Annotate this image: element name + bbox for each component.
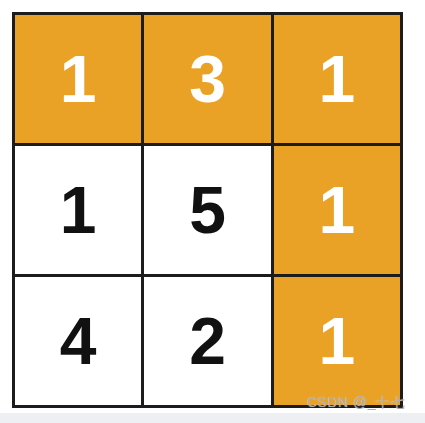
grid-cell-r0c2: 1 [274,15,400,143]
cell-number: 1 [60,177,97,243]
puzzle-grid: 131151421 [12,12,403,408]
grid-cell-r0c0: 1 [15,15,141,143]
footer-strip [0,413,425,423]
cell-number: 5 [189,177,226,243]
grid-cell-r1c1: 5 [144,146,270,274]
cell-number: 1 [318,46,355,112]
watermark: CSDN @_十七 [307,394,405,412]
grid-cell-r1c2: 1 [274,146,400,274]
grid-cell-r2c1: 2 [144,277,270,405]
cell-number: 3 [189,46,226,112]
grid-cell-r2c2: 1 [274,277,400,405]
grid-cell-r0c1: 3 [144,15,270,143]
cell-number: 1 [318,308,355,374]
grid-cell-r1c0: 1 [15,146,141,274]
cell-number: 1 [60,46,97,112]
cell-number: 2 [189,308,226,374]
cell-number: 4 [60,308,97,374]
cell-number: 1 [318,177,355,243]
grid-cell-r2c0: 4 [15,277,141,405]
